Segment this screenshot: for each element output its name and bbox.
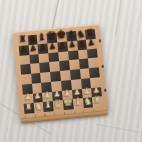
piece-black-bishop: ♝ [37, 32, 47, 43]
piece-white-pawn: ♟ [53, 90, 61, 99]
piece-black-pawn: ♟ [49, 42, 57, 50]
piece-black-pawn: ♟ [78, 39, 86, 47]
piece-white-rook: ♜ [93, 95, 102, 105]
piece-black-pawn: ♟ [39, 43, 47, 51]
piece-black-rook: ♜ [19, 34, 28, 44]
square-h1: ♜ [92, 96, 103, 107]
piece-black-pawn: ♟ [87, 39, 95, 47]
piece-black-knight: ♞ [28, 33, 37, 43]
piece-white-pawn: ♟ [63, 89, 71, 98]
hinge-pin-icon [104, 89, 106, 92]
piece-white-pawn: ♟ [83, 88, 91, 97]
piece-black-knight: ♞ [76, 29, 85, 39]
piece-white-pawn: ♟ [73, 89, 81, 98]
photo-scene: ♜♞♝♛♚♝♞♜♟♟♟♟♟♟♟♟♟♟♟♟♟♟♟♟♜♞♝♛♚♝♞♜ [0, 0, 142, 142]
piece-black-pawn: ♟ [68, 40, 76, 48]
hinge-pin-icon [101, 65, 103, 68]
piece-white-pawn: ♟ [24, 93, 32, 102]
chess-board: ♜♞♝♛♚♝♞♜♟♟♟♟♟♟♟♟♟♟♟♟♟♟♟♟♜♞♝♛♚♝♞♜ [13, 24, 109, 120]
board-frame: ♜♞♝♛♚♝♞♜♟♟♟♟♟♟♟♟♟♟♟♟♟♟♟♟♜♞♝♛♚♝♞♜ [13, 24, 109, 120]
piece-black-pawn: ♟ [59, 41, 67, 49]
piece-white-knight: ♞ [34, 101, 43, 111]
piece-white-knight: ♞ [83, 96, 93, 106]
board-grid: ♜♞♝♛♚♝♞♜♟♟♟♟♟♟♟♟♟♟♟♟♟♟♟♟♜♞♝♛♚♝♞♜ [18, 29, 103, 114]
piece-white-rook: ♜ [24, 102, 33, 112]
piece-white-pawn: ♟ [43, 91, 51, 100]
piece-white-pawn: ♟ [92, 87, 100, 96]
piece-black-pawn: ♟ [20, 45, 28, 54]
piece-white-pawn: ♟ [34, 92, 42, 101]
piece-black-rook: ♜ [86, 28, 95, 37]
hinge-pin-icon [98, 39, 100, 42]
piece-black-pawn: ♟ [29, 44, 37, 53]
